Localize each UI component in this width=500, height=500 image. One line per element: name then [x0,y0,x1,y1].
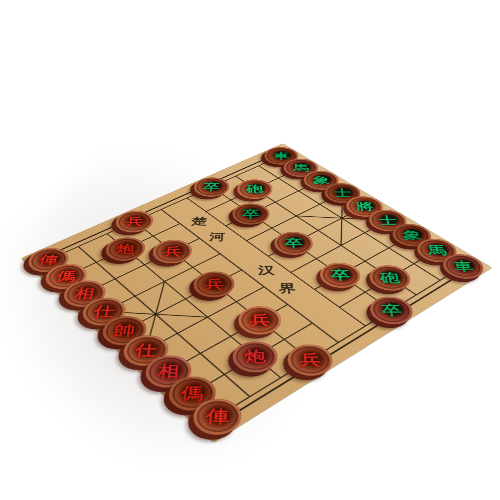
piece-character: 卒 [284,238,303,249]
piece-character: 卒 [330,269,351,281]
piece-character: 車 [273,152,289,160]
piece-character: 象 [312,176,330,185]
piece-character: 炮 [244,349,266,364]
piece-character: 士 [378,215,398,225]
product-photo-scene: 楚河汉界車馬象士將士象馬車砲砲卒卒卒卒卒兵兵兵兵兵炮炮俥傌相仕帥仕相傌俥 [0,0,500,500]
piece-character: 相 [157,363,180,379]
piece-character: 兵 [204,278,224,290]
piece-character: 傌 [55,270,77,282]
piece-character: 仕 [93,305,116,318]
piece-character: 帥 [113,323,136,337]
piece-character: 傌 [180,385,204,401]
piece-character: 卒 [380,304,403,317]
piece-character: 馬 [292,163,309,172]
piece-character: 士 [333,188,351,198]
piece-character: 卒 [203,182,221,191]
piece-character: 馬 [426,245,448,256]
piece-character: 兵 [299,352,322,367]
piece-character: 兵 [162,246,182,257]
piece-character: 砲 [379,272,401,284]
piece-character: 兵 [249,313,270,327]
piece-character: 俥 [37,254,59,266]
piece-character: 車 [452,260,474,272]
piece-character: 俥 [205,408,229,425]
piece-character: 象 [402,230,423,241]
piece-character: 砲 [246,184,263,193]
piece-character: 相 [73,287,96,300]
piece-character: 炮 [115,243,136,254]
piece-character: 將 [355,201,374,211]
piece-character: 仕 [134,343,157,358]
piece-character: 兵 [125,216,145,226]
piece-character: 卒 [242,209,260,219]
